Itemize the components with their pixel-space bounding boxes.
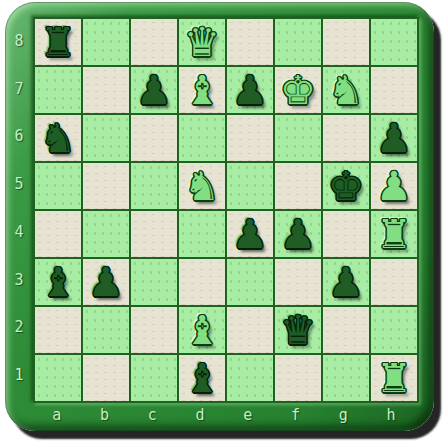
square-g6[interactable] — [323, 115, 369, 161]
rank-label-2: 2 — [5, 304, 33, 352]
square-g3[interactable]: ♟ — [323, 259, 369, 305]
square-f7[interactable]: ♚ — [275, 67, 321, 113]
square-f3[interactable] — [275, 259, 321, 305]
chess-board: ♜♛♟♝♟♚♞♞♟♞♚♟♟♟♜♝♟♟♝♛♝♜ — [33, 17, 419, 403]
black-pawn[interactable]: ♟ — [227, 211, 273, 257]
square-g7[interactable]: ♞ — [323, 67, 369, 113]
square-c5[interactable] — [131, 163, 177, 209]
white-rook[interactable]: ♜ — [371, 211, 417, 257]
square-c1[interactable] — [131, 355, 177, 401]
square-e3[interactable] — [227, 259, 273, 305]
square-d4[interactable] — [179, 211, 225, 257]
square-h8[interactable] — [371, 19, 417, 65]
rank-label-6: 6 — [5, 113, 33, 161]
rank-labels: 87654321 — [5, 17, 33, 399]
square-b7[interactable] — [83, 67, 129, 113]
rank-label-5: 5 — [5, 160, 33, 208]
square-f2[interactable]: ♛ — [275, 307, 321, 353]
file-labels: abcdefgh — [33, 401, 415, 428]
square-e4[interactable]: ♟ — [227, 211, 273, 257]
square-h7[interactable] — [371, 67, 417, 113]
square-b3[interactable]: ♟ — [83, 259, 129, 305]
square-c4[interactable] — [131, 211, 177, 257]
file-label-c: c — [129, 401, 177, 428]
rank-label-4: 4 — [5, 208, 33, 256]
square-h4[interactable]: ♜ — [371, 211, 417, 257]
file-label-h: h — [367, 401, 415, 428]
square-b6[interactable] — [83, 115, 129, 161]
black-bishop[interactable]: ♝ — [35, 259, 81, 305]
square-d1[interactable]: ♝ — [179, 355, 225, 401]
square-h3[interactable] — [371, 259, 417, 305]
white-knight[interactable]: ♞ — [179, 163, 225, 209]
file-label-d: d — [176, 401, 224, 428]
square-d8[interactable]: ♛ — [179, 19, 225, 65]
square-c7[interactable]: ♟ — [131, 67, 177, 113]
square-e6[interactable] — [227, 115, 273, 161]
black-pawn[interactable]: ♟ — [83, 259, 129, 305]
square-f5[interactable] — [275, 163, 321, 209]
square-d3[interactable] — [179, 259, 225, 305]
square-d2[interactable]: ♝ — [179, 307, 225, 353]
black-queen[interactable]: ♛ — [275, 307, 321, 353]
file-label-g: g — [320, 401, 368, 428]
square-h6[interactable]: ♟ — [371, 115, 417, 161]
black-pawn[interactable]: ♟ — [275, 211, 321, 257]
black-pawn[interactable]: ♟ — [131, 67, 177, 113]
rank-label-3: 3 — [5, 256, 33, 304]
square-a1[interactable] — [35, 355, 81, 401]
square-b5[interactable] — [83, 163, 129, 209]
black-pawn[interactable]: ♟ — [227, 67, 273, 113]
square-a3[interactable]: ♝ — [35, 259, 81, 305]
file-label-e: e — [224, 401, 272, 428]
square-c3[interactable] — [131, 259, 177, 305]
chess-app-window: 87654321 abcdefgh ♜♛♟♝♟♚♞♞♟♞♚♟♟♟♜♝♟♟♝♛♝♜ — [0, 0, 444, 442]
file-label-f: f — [272, 401, 320, 428]
black-knight[interactable]: ♞ — [35, 115, 81, 161]
rank-label-7: 7 — [5, 65, 33, 113]
square-a4[interactable] — [35, 211, 81, 257]
square-e1[interactable] — [227, 355, 273, 401]
square-b2[interactable] — [83, 307, 129, 353]
square-e5[interactable] — [227, 163, 273, 209]
square-g4[interactable] — [323, 211, 369, 257]
rank-label-8: 8 — [5, 17, 33, 65]
square-f8[interactable] — [275, 19, 321, 65]
square-b4[interactable] — [83, 211, 129, 257]
square-a6[interactable]: ♞ — [35, 115, 81, 161]
rank-label-1: 1 — [5, 351, 33, 399]
black-rook[interactable]: ♜ — [35, 19, 81, 65]
square-g2[interactable] — [323, 307, 369, 353]
square-f1[interactable] — [275, 355, 321, 401]
file-label-b: b — [81, 401, 129, 428]
square-c6[interactable] — [131, 115, 177, 161]
square-h2[interactable] — [371, 307, 417, 353]
square-b8[interactable] — [83, 19, 129, 65]
square-b1[interactable] — [83, 355, 129, 401]
file-label-a: a — [33, 401, 81, 428]
white-rook[interactable]: ♜ — [371, 355, 417, 401]
black-king[interactable]: ♚ — [323, 163, 369, 209]
square-d5[interactable]: ♞ — [179, 163, 225, 209]
white-queen[interactable]: ♛ — [179, 19, 225, 65]
black-pawn[interactable]: ♟ — [371, 115, 417, 161]
white-bishop[interactable]: ♝ — [179, 307, 225, 353]
white-bishop[interactable]: ♝ — [179, 67, 225, 113]
square-h5[interactable]: ♟ — [371, 163, 417, 209]
square-a7[interactable] — [35, 67, 81, 113]
square-h1[interactable]: ♜ — [371, 355, 417, 401]
square-e7[interactable]: ♟ — [227, 67, 273, 113]
black-bishop[interactable]: ♝ — [179, 355, 225, 401]
square-e2[interactable] — [227, 307, 273, 353]
square-e8[interactable] — [227, 19, 273, 65]
white-pawn[interactable]: ♟ — [371, 163, 417, 209]
square-a2[interactable] — [35, 307, 81, 353]
square-g1[interactable] — [323, 355, 369, 401]
square-f4[interactable]: ♟ — [275, 211, 321, 257]
white-king[interactable]: ♚ — [275, 67, 321, 113]
square-f6[interactable] — [275, 115, 321, 161]
square-a5[interactable] — [35, 163, 81, 209]
square-c8[interactable] — [131, 19, 177, 65]
square-g5[interactable]: ♚ — [323, 163, 369, 209]
square-c2[interactable] — [131, 307, 177, 353]
square-d7[interactable]: ♝ — [179, 67, 225, 113]
square-a8[interactable]: ♜ — [35, 19, 81, 65]
square-g8[interactable] — [323, 19, 369, 65]
square-d6[interactable] — [179, 115, 225, 161]
black-pawn[interactable]: ♟ — [323, 259, 369, 305]
white-knight[interactable]: ♞ — [323, 67, 369, 113]
